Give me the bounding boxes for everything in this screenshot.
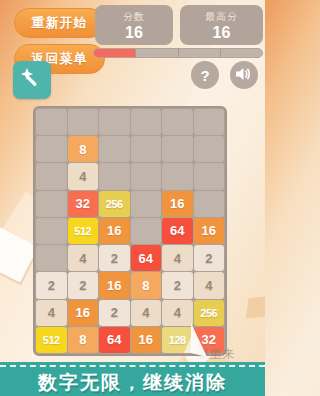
empty-cell [162,136,193,162]
tile-2: 2 [68,272,99,298]
tile-512: 512 [68,218,99,244]
empty-cell [194,109,225,135]
banner-slogan: 数字无限，继续消除 [0,370,265,396]
bottom-banner: 数字无限，继续消除 [0,362,265,396]
empty-cell [36,163,67,189]
magic-wand-icon [19,65,45,95]
empty-cell [68,109,99,135]
tile-16: 16 [194,218,225,244]
tile-2: 2 [99,245,130,271]
progress-segment-filled [94,49,136,57]
tile-8: 8 [131,272,162,298]
help-button[interactable]: ? [191,61,219,89]
tile-64: 64 [99,327,130,353]
best-score-panel: 最高分 16 [180,5,263,45]
decor-cube-right [246,295,265,319]
empty-cell [162,163,193,189]
best-score-label: 最高分 [205,10,238,24]
tile-4: 4 [68,163,99,189]
tile-2: 2 [162,272,193,298]
tile-16: 16 [99,272,130,298]
tile-4: 4 [194,272,225,298]
empty-cell [131,163,162,189]
empty-cell [131,191,162,217]
tile-32: 32 [68,191,99,217]
sound-toggle-button[interactable] [230,61,258,89]
question-mark-icon: ? [200,67,209,84]
level-progress-bar [93,48,263,58]
tile-2: 2 [99,300,130,326]
board-grid: 8432256165121664164264422216824416244256… [36,109,224,353]
tile-16: 16 [162,191,193,217]
empty-cell [162,109,193,135]
empty-cell [131,136,162,162]
score-panel: 分数 16 [95,5,173,45]
magic-wand-powerup-button[interactable] [13,61,51,99]
progress-segment-empty [221,49,262,57]
banner-dashed-line [0,365,265,367]
tile-4: 4 [131,300,162,326]
empty-cell [36,136,67,162]
tile-4: 4 [36,300,67,326]
empty-cell [194,191,225,217]
progress-segment-empty [136,49,178,57]
game-board[interactable]: 8432256165121664164264422216824416244256… [33,106,227,356]
empty-cell [194,136,225,162]
tile-2: 2 [194,245,225,271]
tile-16: 16 [131,327,162,353]
tile-512: 512 [36,327,67,353]
tile-256: 256 [99,191,130,217]
empty-cell [131,218,162,244]
empty-cell [36,109,67,135]
best-score-value: 16 [213,25,231,41]
score-label: 分数 [123,10,145,24]
tile-256: 256 [194,300,225,326]
speaker-icon [235,66,253,85]
empty-cell [131,109,162,135]
tile-8: 8 [68,327,99,353]
tile-8: 8 [68,136,99,162]
tile-16: 16 [99,218,130,244]
score-value: 16 [125,25,143,41]
tile-4: 4 [162,245,193,271]
empty-cell [99,136,130,162]
empty-cell [99,163,130,189]
empty-cell [99,109,130,135]
progress-segment-empty [179,49,221,57]
tile-4: 4 [162,300,193,326]
empty-cell [36,218,67,244]
tile-64: 64 [131,245,162,271]
tile-64: 64 [162,218,193,244]
tile-4: 4 [68,245,99,271]
sailboat-cursor-graphic [183,323,217,377]
empty-cell [36,245,67,271]
restart-button[interactable]: 重新开始 [14,8,105,38]
empty-cell [194,163,225,189]
empty-cell [36,191,67,217]
tile-16: 16 [68,300,99,326]
tile-2: 2 [36,272,67,298]
